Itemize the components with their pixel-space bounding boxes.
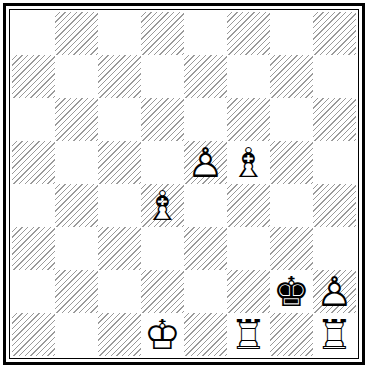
square-f6[interactable] <box>227 98 270 141</box>
square-e3[interactable] <box>184 227 227 270</box>
square-h1[interactable]: ♜♖ <box>313 313 356 356</box>
square-a1[interactable] <box>12 313 55 356</box>
square-g3[interactable] <box>270 227 313 270</box>
square-e5[interactable]: ♟♙ <box>184 141 227 184</box>
square-e6[interactable] <box>184 98 227 141</box>
square-h3[interactable] <box>313 227 356 270</box>
square-d8[interactable] <box>141 12 184 55</box>
square-g7[interactable] <box>270 55 313 98</box>
piece-white-rook-h1[interactable]: ♜♖ <box>313 313 356 356</box>
piece-white-rook-f1[interactable]: ♜♖ <box>227 313 270 356</box>
square-g5[interactable] <box>270 141 313 184</box>
square-f8[interactable] <box>227 12 270 55</box>
piece-solid-glyph: ♚ <box>270 270 313 313</box>
chess-diagram: ♟♙♝♗♝♗♚♟♙♚♔♜♖♜♖ <box>3 3 365 365</box>
square-h6[interactable] <box>313 98 356 141</box>
board-inner-frame: ♟♙♝♗♝♗♚♟♙♚♔♜♖♜♖ <box>9 9 359 359</box>
piece-outline-glyph: ♗ <box>227 141 270 184</box>
square-h4[interactable] <box>313 184 356 227</box>
piece-white-pawn-h2[interactable]: ♟♙ <box>313 270 356 313</box>
square-c3[interactable] <box>98 227 141 270</box>
piece-white-king-d1[interactable]: ♚♔ <box>141 313 184 356</box>
square-b2[interactable] <box>55 270 98 313</box>
square-h7[interactable] <box>313 55 356 98</box>
piece-outline-glyph: ♖ <box>227 313 270 356</box>
piece-outline-glyph: ♙ <box>313 270 356 313</box>
square-d3[interactable] <box>141 227 184 270</box>
square-b1[interactable] <box>55 313 98 356</box>
square-g1[interactable] <box>270 313 313 356</box>
square-c6[interactable] <box>98 98 141 141</box>
square-a3[interactable] <box>12 227 55 270</box>
square-f1[interactable]: ♜♖ <box>227 313 270 356</box>
square-b5[interactable] <box>55 141 98 184</box>
square-a2[interactable] <box>12 270 55 313</box>
chess-board: ♟♙♝♗♝♗♚♟♙♚♔♜♖♜♖ <box>12 12 356 356</box>
square-b3[interactable] <box>55 227 98 270</box>
square-d5[interactable] <box>141 141 184 184</box>
square-a6[interactable] <box>12 98 55 141</box>
piece-white-bishop-d4[interactable]: ♝♗ <box>141 184 184 227</box>
square-f5[interactable]: ♝♗ <box>227 141 270 184</box>
square-c2[interactable] <box>98 270 141 313</box>
square-c8[interactable] <box>98 12 141 55</box>
square-g6[interactable] <box>270 98 313 141</box>
square-a4[interactable] <box>12 184 55 227</box>
square-d1[interactable]: ♚♔ <box>141 313 184 356</box>
square-a5[interactable] <box>12 141 55 184</box>
square-d4[interactable]: ♝♗ <box>141 184 184 227</box>
board-outer-frame: ♟♙♝♗♝♗♚♟♙♚♔♜♖♜♖ <box>3 3 365 365</box>
square-g8[interactable] <box>270 12 313 55</box>
square-c4[interactable] <box>98 184 141 227</box>
square-a8[interactable] <box>12 12 55 55</box>
square-e8[interactable] <box>184 12 227 55</box>
piece-outline-glyph: ♔ <box>141 313 184 356</box>
square-h2[interactable]: ♟♙ <box>313 270 356 313</box>
square-g4[interactable] <box>270 184 313 227</box>
square-e4[interactable] <box>184 184 227 227</box>
piece-outline-glyph: ♙ <box>184 141 227 184</box>
square-b6[interactable] <box>55 98 98 141</box>
square-b8[interactable] <box>55 12 98 55</box>
square-h8[interactable] <box>313 12 356 55</box>
square-b4[interactable] <box>55 184 98 227</box>
square-f2[interactable] <box>227 270 270 313</box>
square-d2[interactable] <box>141 270 184 313</box>
square-e2[interactable] <box>184 270 227 313</box>
square-f3[interactable] <box>227 227 270 270</box>
piece-black-king-g2[interactable]: ♚ <box>270 270 313 313</box>
square-d7[interactable] <box>141 55 184 98</box>
square-b7[interactable] <box>55 55 98 98</box>
piece-outline-glyph: ♖ <box>313 313 356 356</box>
square-h5[interactable] <box>313 141 356 184</box>
square-c5[interactable] <box>98 141 141 184</box>
square-c1[interactable] <box>98 313 141 356</box>
piece-white-bishop-f5[interactable]: ♝♗ <box>227 141 270 184</box>
square-d6[interactable] <box>141 98 184 141</box>
square-e1[interactable] <box>184 313 227 356</box>
piece-white-pawn-e5[interactable]: ♟♙ <box>184 141 227 184</box>
square-g2[interactable]: ♚ <box>270 270 313 313</box>
square-f4[interactable] <box>227 184 270 227</box>
piece-outline-glyph: ♗ <box>141 184 184 227</box>
square-e7[interactable] <box>184 55 227 98</box>
square-f7[interactable] <box>227 55 270 98</box>
square-a7[interactable] <box>12 55 55 98</box>
square-c7[interactable] <box>98 55 141 98</box>
